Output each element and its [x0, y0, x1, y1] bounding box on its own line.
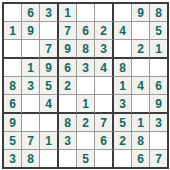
cell-r5c8[interactable]: 4 — [132, 77, 150, 95]
cell-r5c3[interactable]: 5 — [40, 77, 59, 95]
cell-r1c9[interactable]: 8 — [150, 4, 167, 22]
cell-r1c2[interactable]: 6 — [22, 4, 40, 22]
cell-r2c3[interactable] — [40, 22, 59, 40]
sudoku-board: 6319819762457983211963488352146641399827… — [2, 2, 169, 169]
cell-r4c6[interactable]: 4 — [95, 59, 114, 77]
cell-r1c4[interactable]: 1 — [59, 4, 77, 22]
cell-r4c3[interactable]: 9 — [40, 59, 59, 77]
cell-r3c8[interactable]: 2 — [132, 40, 150, 59]
cell-r2c5[interactable]: 6 — [77, 22, 95, 40]
cell-r1c7[interactable] — [114, 4, 132, 22]
cell-r3c3[interactable]: 7 — [40, 40, 59, 59]
cell-r5c7[interactable]: 1 — [114, 77, 132, 95]
cell-r8c1[interactable]: 5 — [4, 132, 22, 150]
cell-r5c6[interactable] — [95, 77, 114, 95]
cell-r9c3[interactable] — [40, 150, 59, 167]
cell-r7c7[interactable]: 5 — [114, 114, 132, 132]
cell-r1c1[interactable] — [4, 4, 22, 22]
cell-r2c9[interactable]: 5 — [150, 22, 167, 40]
cell-r7c2[interactable] — [22, 114, 40, 132]
cell-r2c7[interactable]: 4 — [114, 22, 132, 40]
cell-r8c8[interactable]: 8 — [132, 132, 150, 150]
cell-r7c9[interactable]: 3 — [150, 114, 167, 132]
cell-r3c2[interactable] — [22, 40, 40, 59]
cell-r5c9[interactable]: 6 — [150, 77, 167, 95]
cell-r4c8[interactable] — [132, 59, 150, 77]
cell-r8c4[interactable]: 3 — [59, 132, 77, 150]
cell-r6c1[interactable]: 6 — [4, 95, 22, 114]
cell-r7c8[interactable]: 1 — [132, 114, 150, 132]
cell-r3c9[interactable]: 1 — [150, 40, 167, 59]
cell-r3c5[interactable]: 8 — [77, 40, 95, 59]
cell-r6c7[interactable]: 3 — [114, 95, 132, 114]
cell-r3c6[interactable]: 3 — [95, 40, 114, 59]
cell-r7c4[interactable]: 8 — [59, 114, 77, 132]
cell-r6c2[interactable] — [22, 95, 40, 114]
cell-r4c1[interactable] — [4, 59, 22, 77]
cell-r9c9[interactable]: 7 — [150, 150, 167, 167]
cell-r7c5[interactable]: 2 — [77, 114, 95, 132]
cell-r9c7[interactable] — [114, 150, 132, 167]
cell-r5c5[interactable] — [77, 77, 95, 95]
cell-r4c9[interactable] — [150, 59, 167, 77]
cell-r3c4[interactable]: 9 — [59, 40, 77, 59]
cell-r4c2[interactable]: 1 — [22, 59, 40, 77]
cell-r8c3[interactable]: 1 — [40, 132, 59, 150]
cell-r7c3[interactable] — [40, 114, 59, 132]
cell-r9c4[interactable] — [59, 150, 77, 167]
cell-r1c8[interactable]: 9 — [132, 4, 150, 22]
cell-r8c7[interactable]: 2 — [114, 132, 132, 150]
cell-r8c9[interactable] — [150, 132, 167, 150]
cell-r8c2[interactable]: 7 — [22, 132, 40, 150]
cell-r2c6[interactable]: 2 — [95, 22, 114, 40]
cell-r5c4[interactable]: 2 — [59, 77, 77, 95]
cell-r9c6[interactable] — [95, 150, 114, 167]
cell-r2c8[interactable] — [132, 22, 150, 40]
cell-r6c4[interactable] — [59, 95, 77, 114]
cell-r9c8[interactable]: 6 — [132, 150, 150, 167]
cell-r4c7[interactable]: 8 — [114, 59, 132, 77]
cell-r6c8[interactable] — [132, 95, 150, 114]
cell-r7c6[interactable]: 7 — [95, 114, 114, 132]
cell-r9c5[interactable]: 5 — [77, 150, 95, 167]
cell-r2c1[interactable]: 1 — [4, 22, 22, 40]
cell-r3c7[interactable] — [114, 40, 132, 59]
cell-r6c3[interactable]: 4 — [40, 95, 59, 114]
cell-r2c2[interactable]: 9 — [22, 22, 40, 40]
cell-r3c1[interactable] — [4, 40, 22, 59]
cell-r1c5[interactable] — [77, 4, 95, 22]
cell-r5c2[interactable]: 3 — [22, 77, 40, 95]
cell-r1c3[interactable]: 3 — [40, 4, 59, 22]
cell-r4c4[interactable]: 6 — [59, 59, 77, 77]
cell-r7c1[interactable]: 9 — [4, 114, 22, 132]
cell-r6c5[interactable]: 1 — [77, 95, 95, 114]
cell-r1c6[interactable] — [95, 4, 114, 22]
cell-r9c1[interactable]: 3 — [4, 150, 22, 167]
cell-r8c5[interactable] — [77, 132, 95, 150]
cell-r2c4[interactable]: 7 — [59, 22, 77, 40]
cell-r6c6[interactable] — [95, 95, 114, 114]
cell-r9c2[interactable]: 8 — [22, 150, 40, 167]
cell-r6c9[interactable]: 9 — [150, 95, 167, 114]
cell-r4c5[interactable]: 3 — [77, 59, 95, 77]
cell-r5c1[interactable]: 8 — [4, 77, 22, 95]
cell-r8c6[interactable]: 6 — [95, 132, 114, 150]
